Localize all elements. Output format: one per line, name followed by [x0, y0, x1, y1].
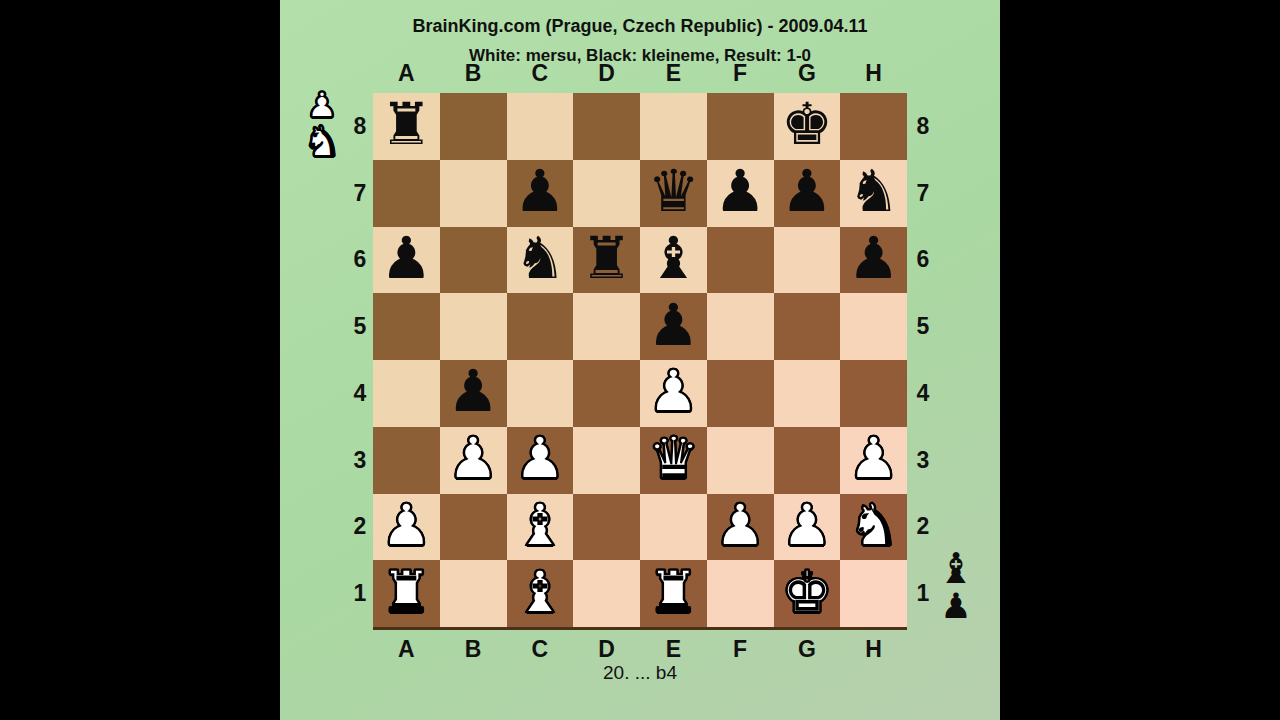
square-c4[interactable]	[507, 360, 574, 427]
square-d3[interactable]	[573, 427, 640, 494]
game-frame: BrainKing.com (Prague, Czech Republic) -…	[280, 0, 1000, 720]
square-e3[interactable]: ♛	[640, 427, 707, 494]
square-b3[interactable]: ♟	[440, 427, 507, 494]
square-h6[interactable]: ♟	[840, 227, 907, 294]
square-a3[interactable]	[373, 427, 440, 494]
file-label-top-d: D	[573, 58, 640, 88]
square-e4[interactable]: ♟	[640, 360, 707, 427]
file-label-bottom-g: G	[774, 634, 841, 664]
square-b4[interactable]: ♟	[440, 360, 507, 427]
page-title: BrainKing.com (Prague, Czech Republic) -…	[280, 16, 1000, 37]
square-f5[interactable]	[707, 293, 774, 360]
rank-label-right-8: 8	[908, 93, 938, 160]
square-a8[interactable]: ♜	[373, 93, 440, 160]
square-f2[interactable]: ♟	[707, 494, 774, 561]
rank-label-left-3: 3	[345, 427, 375, 494]
square-d7[interactable]	[573, 160, 640, 227]
square-f3[interactable]	[707, 427, 774, 494]
piece-wk-g1[interactable]: ♚	[781, 563, 833, 621]
square-e5[interactable]: ♟	[640, 293, 707, 360]
square-d4[interactable]	[573, 360, 640, 427]
rank-label-right-6: 6	[908, 227, 938, 294]
file-label-bottom-d: D	[573, 634, 640, 664]
file-label-bottom-a: A	[373, 634, 440, 664]
file-label-top-g: G	[774, 58, 841, 88]
piece-bb-e6[interactable]: ♝	[647, 229, 699, 287]
square-b6[interactable]	[440, 227, 507, 294]
file-label-top-f: F	[707, 58, 774, 88]
piece-bq-e7[interactable]: ♛	[647, 162, 699, 220]
square-d2[interactable]	[573, 494, 640, 561]
rank-label-left-6: 6	[345, 227, 375, 294]
rank-label-left-1: 1	[345, 560, 375, 627]
piece-wp-a2[interactable]: ♟	[380, 496, 432, 554]
captured-piece-bb: ♝	[937, 548, 975, 590]
piece-bk-g8[interactable]: ♚	[781, 95, 833, 153]
square-g1[interactable]: ♚	[774, 560, 841, 627]
piece-wp-e4[interactable]: ♟	[647, 362, 699, 420]
square-e1[interactable]: ♜	[640, 560, 707, 627]
square-e8[interactable]	[640, 93, 707, 160]
square-f1[interactable]	[707, 560, 774, 627]
square-c6[interactable]: ♞	[507, 227, 574, 294]
file-label-bottom-f: F	[707, 634, 774, 664]
square-c8[interactable]	[507, 93, 574, 160]
piece-bp-e5[interactable]: ♟	[647, 296, 699, 354]
square-g5[interactable]	[774, 293, 841, 360]
square-g7[interactable]: ♟	[774, 160, 841, 227]
rank-labels-right: 87654321	[908, 93, 938, 627]
piece-wp-b3[interactable]: ♟	[447, 429, 499, 487]
square-f7[interactable]: ♟	[707, 160, 774, 227]
piece-bp-c7[interactable]: ♟	[514, 162, 566, 220]
rank-label-left-5: 5	[345, 293, 375, 360]
file-label-top-a: A	[373, 58, 440, 88]
piece-bp-f7[interactable]: ♟	[714, 162, 766, 220]
piece-br-a8[interactable]: ♜	[380, 95, 432, 153]
square-a1[interactable]: ♜	[373, 560, 440, 627]
piece-wn-h2[interactable]: ♞	[848, 496, 900, 554]
file-labels-top: ABCDEFGH	[373, 58, 907, 88]
square-h8[interactable]	[840, 93, 907, 160]
square-b1[interactable]	[440, 560, 507, 627]
captured-white-pieces-tray: ♟♞	[299, 88, 345, 163]
file-label-bottom-b: B	[440, 634, 507, 664]
piece-bp-g7[interactable]: ♟	[781, 162, 833, 220]
file-label-bottom-e: E	[640, 634, 707, 664]
piece-wp-c3[interactable]: ♟	[514, 429, 566, 487]
piece-wb-c2[interactable]: ♝	[514, 496, 566, 554]
piece-bn-h7[interactable]: ♞	[848, 162, 900, 220]
square-g3[interactable]	[774, 427, 841, 494]
rank-label-left-7: 7	[345, 160, 375, 227]
square-h3[interactable]: ♟	[840, 427, 907, 494]
piece-wp-f2[interactable]: ♟	[714, 496, 766, 554]
piece-bp-a6[interactable]: ♟	[380, 229, 432, 287]
square-b5[interactable]	[440, 293, 507, 360]
rank-label-left-8: 8	[345, 93, 375, 160]
square-g8[interactable]: ♚	[774, 93, 841, 160]
move-caption: 20. ... b4	[373, 662, 907, 684]
rank-labels-left: 87654321	[345, 93, 375, 627]
square-d5[interactable]	[573, 293, 640, 360]
square-g2[interactable]: ♟	[774, 494, 841, 561]
file-label-top-b: B	[440, 58, 507, 88]
square-a4[interactable]	[373, 360, 440, 427]
square-a2[interactable]: ♟	[373, 494, 440, 561]
square-g4[interactable]	[774, 360, 841, 427]
captured-piece-bp: ♟	[940, 589, 971, 624]
square-a7[interactable]	[373, 160, 440, 227]
square-d1[interactable]	[573, 560, 640, 627]
piece-wp-h3[interactable]: ♟	[848, 429, 900, 487]
rank-label-right-5: 5	[908, 293, 938, 360]
piece-bp-b4[interactable]: ♟	[447, 362, 499, 420]
rank-label-right-3: 3	[908, 427, 938, 494]
square-c7[interactable]: ♟	[507, 160, 574, 227]
file-label-top-h: H	[840, 58, 907, 88]
square-g6[interactable]	[774, 227, 841, 294]
square-h5[interactable]	[840, 293, 907, 360]
rank-label-left-2: 2	[345, 494, 375, 561]
square-h7[interactable]: ♞	[840, 160, 907, 227]
file-labels-bottom: ABCDEFGH	[373, 634, 907, 664]
rank-label-right-7: 7	[908, 160, 938, 227]
file-label-bottom-h: H	[840, 634, 907, 664]
piece-wb-c1[interactable]: ♝	[514, 563, 566, 621]
captured-black-pieces-tray: ♝♟	[933, 548, 979, 624]
piece-wr-a1[interactable]: ♜	[380, 563, 432, 621]
square-b8[interactable]	[440, 93, 507, 160]
square-f4[interactable]	[707, 360, 774, 427]
square-d6[interactable]: ♜	[573, 227, 640, 294]
square-c1[interactable]: ♝	[507, 560, 574, 627]
square-h2[interactable]: ♞	[840, 494, 907, 561]
file-label-top-c: C	[507, 58, 574, 88]
square-e2[interactable]	[640, 494, 707, 561]
file-label-top-e: E	[640, 58, 707, 88]
piece-bn-c6[interactable]: ♞	[514, 229, 566, 287]
square-a6[interactable]: ♟	[373, 227, 440, 294]
square-c2[interactable]: ♝	[507, 494, 574, 561]
letterbox-right	[1000, 0, 1280, 720]
piece-br-d6[interactable]: ♜	[581, 229, 633, 287]
square-f6[interactable]	[707, 227, 774, 294]
chess-board: ♜♚♟♛♟♟♞♟♞♜♝♟♟♟♟♟♟♛♟♟♝♟♟♞♜♝♜♚	[373, 93, 907, 630]
square-e7[interactable]: ♛	[640, 160, 707, 227]
square-e6[interactable]: ♝	[640, 227, 707, 294]
file-label-bottom-c: C	[507, 634, 574, 664]
piece-wq-e3[interactable]: ♛	[647, 429, 699, 487]
square-h1[interactable]	[840, 560, 907, 627]
piece-bp-h6[interactable]: ♟	[848, 229, 900, 287]
square-f8[interactable]	[707, 93, 774, 160]
letterbox-left	[0, 0, 280, 720]
piece-wp-g2[interactable]: ♟	[781, 496, 833, 554]
square-c3[interactable]: ♟	[507, 427, 574, 494]
captured-piece-wn: ♞	[303, 121, 341, 163]
square-b2[interactable]	[440, 494, 507, 561]
rank-label-left-4: 4	[345, 360, 375, 427]
piece-wr-e1[interactable]: ♜	[647, 563, 699, 621]
square-h4[interactable]	[840, 360, 907, 427]
square-a5[interactable]	[373, 293, 440, 360]
square-d8[interactable]	[573, 93, 640, 160]
square-c5[interactable]	[507, 293, 574, 360]
rank-label-right-4: 4	[908, 360, 938, 427]
square-b7[interactable]	[440, 160, 507, 227]
